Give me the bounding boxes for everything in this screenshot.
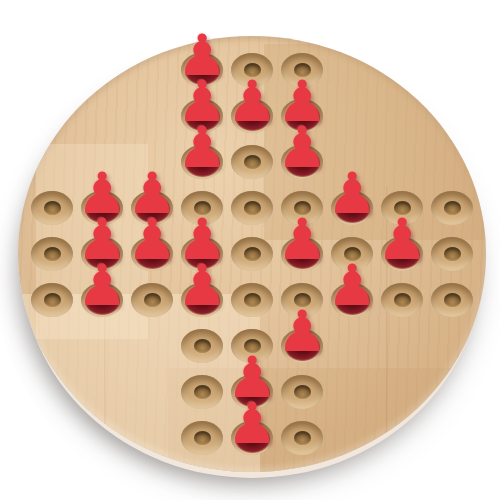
red-peg-r2c5[interactable]: ♟ [226,73,277,130]
hole-r7c4[interactable] [181,329,223,363]
photo-background: ♟♟♟♟♟♟♟♟♟♟♟♟♟♟♟♟♟♟♟♟ [0,0,500,500]
cell-r5c6: ♟ [277,231,327,277]
hole-r5c1[interactable] [31,237,73,271]
red-peg-r6c2[interactable]: ♟ [76,257,127,314]
hole-r3c5[interactable] [231,145,273,179]
cell-r4c9 [427,185,477,231]
hole-bore [244,247,261,261]
cell-r6c5 [227,277,277,323]
hole-r6c1[interactable] [31,283,73,317]
cell-r2c5: ♟ [227,93,277,139]
hole-r9c6[interactable] [281,421,323,455]
red-peg-r4c7[interactable]: ♟ [326,165,377,222]
red-peg-r5c8[interactable]: ♟ [376,211,427,268]
cell-r9c6 [277,415,327,461]
cell-r6c8 [377,277,427,323]
cell-r5c1 [27,231,77,277]
cell-r5c9 [427,231,477,277]
hole-bore [194,385,211,399]
hole-bore [444,201,461,215]
cell-r5c5 [227,231,277,277]
hole-bore [44,201,61,215]
cell-r9c4 [177,415,227,461]
hole-r9c4[interactable] [181,421,223,455]
solitaire-board: ♟♟♟♟♟♟♟♟♟♟♟♟♟♟♟♟♟♟♟♟ [18,36,486,472]
cell-r6c3 [127,277,177,323]
cell-r3c5 [227,139,277,185]
hole-r8c6[interactable] [281,375,323,409]
red-peg-r5c6[interactable]: ♟ [276,211,327,268]
hole-bore [194,339,211,353]
cell-r7c6: ♟ [277,323,327,369]
hole-r4c5[interactable] [231,191,273,225]
cell-r6c2: ♟ [77,277,127,323]
hole-bore [294,431,311,445]
red-peg-r6c7[interactable]: ♟ [326,257,377,314]
hole-bore [394,293,411,307]
hole-bore [294,385,311,399]
cell-r4c7: ♟ [327,185,377,231]
red-peg-r5c3[interactable]: ♟ [126,211,177,268]
hole-r6c8[interactable] [381,283,423,317]
hole-r6c9[interactable] [431,283,473,317]
hole-r5c9[interactable] [431,237,473,271]
hole-bore [244,201,261,215]
cell-r6c4: ♟ [177,277,227,323]
peg-grid: ♟♟♟♟♟♟♟♟♟♟♟♟♟♟♟♟♟♟♟♟ [27,47,477,461]
red-peg-r7c6[interactable]: ♟ [276,303,327,360]
cell-r6c7: ♟ [327,277,377,323]
cell-r3c6: ♟ [277,139,327,185]
hole-bore [244,293,261,307]
hole-r4c9[interactable] [431,191,473,225]
red-peg-r3c4[interactable]: ♟ [176,119,227,176]
hole-bore [144,293,161,307]
cell-r5c8: ♟ [377,231,427,277]
hole-r6c5[interactable] [231,283,273,317]
cell-r3c4: ♟ [177,139,227,185]
cell-r8c6 [277,369,327,415]
red-peg-r9c5[interactable]: ♟ [226,395,277,452]
red-peg-r6c4[interactable]: ♟ [176,257,227,314]
hole-bore [444,293,461,307]
hole-r8c4[interactable] [181,375,223,409]
hole-bore [44,247,61,261]
cell-r9c5: ♟ [227,415,277,461]
cell-r8c4 [177,369,227,415]
cell-r6c9 [427,277,477,323]
hole-r6c3[interactable] [131,283,173,317]
hole-bore [244,155,261,169]
cell-r4c1 [27,185,77,231]
cell-r6c1 [27,277,77,323]
hole-r4c1[interactable] [31,191,73,225]
cell-r5c3: ♟ [127,231,177,277]
hole-bore [194,431,211,445]
hole-bore [444,247,461,261]
cell-r4c5 [227,185,277,231]
hole-r5c5[interactable] [231,237,273,271]
cell-r7c4 [177,323,227,369]
hole-bore [44,293,61,307]
red-peg-r3c6[interactable]: ♟ [276,119,327,176]
